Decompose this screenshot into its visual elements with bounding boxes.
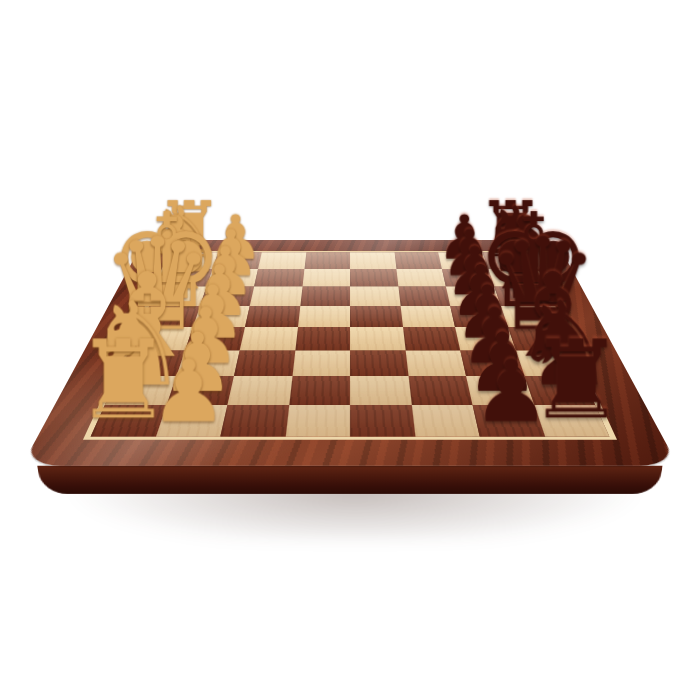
square-e6 <box>400 306 455 327</box>
square-h5 <box>350 252 396 268</box>
square-g5 <box>350 269 398 287</box>
square-h7: ♟ <box>438 252 488 268</box>
square-c5 <box>350 350 408 376</box>
square-c6 <box>405 350 466 376</box>
square-d2: ♟ <box>185 327 245 350</box>
square-f8: ♝ <box>494 286 551 305</box>
square-g1: ♞ <box>158 269 212 287</box>
square-f6 <box>398 286 450 305</box>
square-c7: ♟ <box>460 350 524 376</box>
board-frame: ♜♟♟♜♞♟♟♞♝♟♟♝♚♟♟♚♛♟♟♛♝♟♟♝♞♟♟♞♜♟♟♜ <box>83 251 617 440</box>
square-a7: ♟ <box>472 405 544 437</box>
square-f7: ♟ <box>446 286 500 305</box>
chess-board: ♜♟♟♜♞♟♟♞♝♟♟♝♚♟♟♚♛♟♟♛♝♟♟♝♞♟♟♞♜♟♟♜ <box>22 240 679 466</box>
square-a3 <box>220 405 288 437</box>
square-a1: ♜ <box>91 405 167 437</box>
square-h3 <box>258 252 306 268</box>
black-knight: ♞ <box>454 194 582 285</box>
square-b7: ♟ <box>466 376 534 405</box>
square-a5 <box>350 405 415 437</box>
square-d6 <box>403 327 461 350</box>
chess-set-photo: ♜♟♟♜♞♟♟♞♝♟♟♝♚♟♟♚♛♟♟♛♝♟♟♝♞♟♟♞♜♟♟♜ <box>0 0 700 700</box>
square-e2: ♟ <box>193 306 250 327</box>
square-a4 <box>285 405 350 437</box>
square-c2: ♟ <box>176 350 240 376</box>
square-g7: ♟ <box>442 269 494 287</box>
square-h1: ♜ <box>166 252 217 268</box>
white-knight: ♞ <box>119 194 247 285</box>
square-e8: ♚ <box>500 306 560 327</box>
square-d5 <box>350 327 405 350</box>
square-e4 <box>298 306 351 327</box>
square-f4 <box>300 286 350 305</box>
square-b2: ♟ <box>166 376 234 405</box>
square-b5 <box>350 376 411 405</box>
square-c8: ♝ <box>515 350 582 376</box>
square-d1: ♛ <box>130 327 193 350</box>
square-g3 <box>254 269 304 287</box>
square-h6 <box>394 252 442 268</box>
square-a8: ♜ <box>534 405 610 437</box>
square-h2: ♟ <box>212 252 262 268</box>
square-c3 <box>234 350 295 376</box>
square-h8: ♜ <box>482 252 533 268</box>
square-e3 <box>245 306 300 327</box>
square-b1: ♞ <box>105 376 176 405</box>
square-g8: ♞ <box>488 269 542 287</box>
square-g6 <box>396 269 446 287</box>
square-b4 <box>289 376 350 405</box>
board-front-edge <box>37 466 662 494</box>
square-g2: ♟ <box>206 269 258 287</box>
square-b6 <box>408 376 472 405</box>
square-f5 <box>350 286 400 305</box>
square-c1: ♝ <box>118 350 185 376</box>
square-e1: ♚ <box>140 306 200 327</box>
square-b3 <box>228 376 292 405</box>
square-c4 <box>292 350 350 376</box>
square-a2: ♟ <box>155 405 227 437</box>
square-f1: ♝ <box>150 286 207 305</box>
square-d7: ♟ <box>455 327 515 350</box>
square-g4 <box>302 269 350 287</box>
square-h4 <box>304 252 350 268</box>
board-grid: ♜♟♟♜♞♟♟♞♝♟♟♝♚♟♟♚♛♟♟♛♝♟♟♝♞♟♟♞♜♟♟♜ <box>91 252 610 436</box>
square-d3 <box>240 327 298 350</box>
square-a6 <box>411 405 479 437</box>
square-d8: ♛ <box>508 327 571 350</box>
square-f2: ♟ <box>200 286 254 305</box>
square-e5 <box>350 306 403 327</box>
square-f3 <box>250 286 302 305</box>
square-b8: ♞ <box>524 376 595 405</box>
square-d4 <box>295 327 350 350</box>
square-e7: ♟ <box>450 306 507 327</box>
